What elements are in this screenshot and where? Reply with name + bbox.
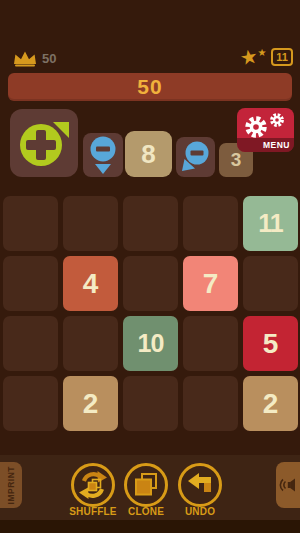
board-cell-r2c4[interactable]: 5 [243,316,298,371]
board-cell-r1c2[interactable] [123,256,178,311]
crown-icon [12,50,38,67]
tile-11[interactable]: 11 [243,196,298,251]
remove-tile-small-button[interactable] [176,137,215,177]
game-screen: 50 ★ ★ 11 50 8 3 [0,0,300,533]
tile-4[interactable]: 4 [63,256,118,311]
crown-score-group: 50 [12,50,56,67]
board-cell-r2c2[interactable]: 10 [123,316,178,371]
undo-icon [185,470,215,500]
imprint-tab[interactable]: IMPRINT [0,462,22,508]
minus-bubble-corner-icon [176,137,215,177]
gear-small-icon [268,111,286,129]
star-score-group: ★ ★ 11 [240,47,293,67]
board-cell-r3c3[interactable] [183,376,238,431]
star-count-badge: 11 [271,48,293,66]
imprint-label: IMPRINT [6,466,16,504]
board-cell-r2c1[interactable] [63,316,118,371]
board-cell-r0c3[interactable] [183,196,238,251]
speaker-icon [279,476,297,494]
crown-score-value: 50 [42,51,56,66]
clone-icon [131,470,161,500]
board-cell-r3c2[interactable] [123,376,178,431]
board-cell-r3c0[interactable] [3,376,58,431]
add-tile-button[interactable] [10,109,78,177]
star-small-icon: ★ [257,48,266,58]
plus-circle-icon [16,115,72,171]
board-cell-r1c1[interactable]: 4 [63,256,118,311]
tile-7[interactable]: 7 [183,256,238,311]
tile-10[interactable]: 10 [123,316,178,371]
shuffle-icon [78,470,108,500]
tile-2[interactable]: 2 [63,376,118,431]
board-cell-r2c3[interactable] [183,316,238,371]
board-cell-r1c0[interactable] [3,256,58,311]
board-cell-r0c0[interactable] [3,196,58,251]
clone-button[interactable] [124,463,168,507]
shuffle-label: SHUFFLE [63,506,123,517]
board-cell-r0c2[interactable] [123,196,178,251]
sound-toggle[interactable] [276,462,300,508]
board-cell-r1c4[interactable] [243,256,298,311]
remove-charges-tile: 8 [125,131,172,177]
board-cell-r0c1[interactable] [63,196,118,251]
shuffle-button[interactable] [71,463,115,507]
remove-charges-value: 8 [141,139,155,170]
board: 114710522 [3,196,298,431]
remove-small-charges-value: 3 [231,149,242,171]
tile-2[interactable]: 2 [243,376,298,431]
footer-bottom-strip [0,520,300,533]
clone-label: CLONE [116,506,176,517]
remove-tile-button[interactable] [83,133,123,177]
board-cell-r2c0[interactable] [3,316,58,371]
minus-bubble-down-icon [83,133,123,177]
board-cell-r0c4[interactable]: 11 [243,196,298,251]
footer-bar: IMPRINT SHUFFLE CLONE [0,455,300,533]
gear-icon [242,113,270,141]
menu-label: MENU [237,138,294,152]
undo-button[interactable] [178,463,222,507]
menu-button[interactable]: MENU [237,108,294,152]
goal-value: 50 [137,75,162,99]
undo-label: UNDO [170,506,230,517]
board-cell-r3c4[interactable]: 2 [243,376,298,431]
tile-5[interactable]: 5 [243,316,298,371]
goal-banner: 50 [8,73,292,101]
board-cell-r1c3[interactable]: 7 [183,256,238,311]
board-cell-r3c1[interactable]: 2 [63,376,118,431]
